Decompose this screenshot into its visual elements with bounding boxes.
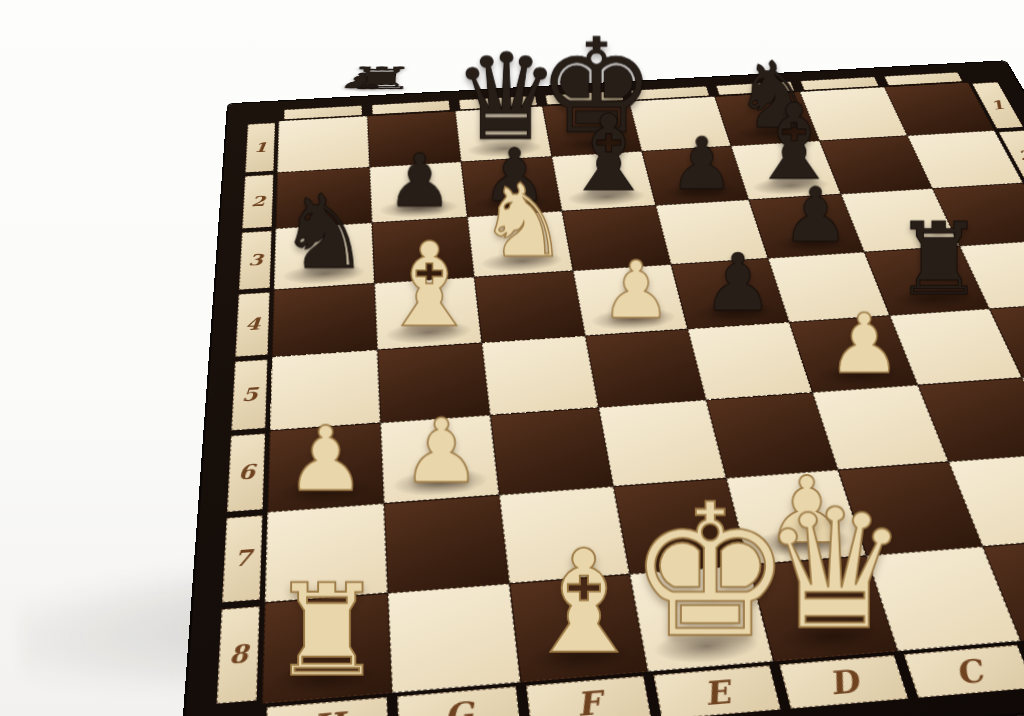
square-g6[interactable]: ♟	[380, 415, 499, 503]
square-e4[interactable]: ♟	[573, 264, 688, 335]
square-g7[interactable]	[384, 495, 509, 593]
square-f8[interactable]: ♝	[509, 574, 648, 682]
captured-black-rook[interactable]: ♜	[344, 63, 417, 93]
white-bishop-f8[interactable]: ♝	[520, 531, 648, 674]
rank-label-left-3: 3	[239, 231, 272, 290]
square-d4[interactable]: ♟	[671, 258, 789, 329]
square-g4[interactable]: ♝	[374, 277, 481, 350]
white-pawn-h6[interactable]: ♟	[286, 416, 366, 505]
white-rook-h8[interactable]: ♜	[270, 568, 384, 695]
square-h6[interactable]: ♟	[267, 423, 384, 512]
black-bishop-e2[interactable]: ♝	[561, 101, 656, 206]
rank-label-left-2: 2	[242, 175, 273, 229]
black-pawn-c3[interactable]: ♟	[782, 178, 850, 253]
square-f5[interactable]	[482, 336, 599, 415]
black-pawn-d2[interactable]: ♟	[669, 128, 734, 200]
frame-corner-top-right	[962, 69, 1000, 82]
rank-label-left-7: 7	[222, 515, 263, 603]
frame-corner-bottom-left	[208, 704, 262, 716]
white-king-e8[interactable]: ♚	[628, 480, 793, 664]
square-f6[interactable]	[490, 407, 613, 494]
file-label-c: C	[904, 645, 1024, 698]
square-d5[interactable]	[688, 322, 813, 400]
photo-scene: 1♛♚♞12♟♟♝♟♝23♞♞♟34♝♟♟♜45♟♟56♟♟67♟78♜♝♚♛8…	[0, 0, 1024, 716]
rim-spot-rook: ♜	[336, 90, 423, 97]
square-g8[interactable]	[388, 583, 521, 693]
white-knight-f3[interactable]: ♞	[478, 171, 569, 272]
board-grid: 1♛♚♞12♟♟♝♟♝23♞♞♟34♝♟♟♜45♟♟56♟♟67♟78♜♝♚♛8…	[208, 69, 1024, 716]
square-h4[interactable]	[272, 283, 377, 356]
black-pawn-g2[interactable]: ♟	[387, 144, 453, 217]
square-e8[interactable]: ♚	[630, 565, 774, 672]
black-pawn-d4[interactable]: ♟	[702, 244, 773, 323]
square-a5[interactable]: ♟	[989, 302, 1024, 377]
file-label-d: D	[779, 655, 908, 709]
square-g2[interactable]: ♟	[370, 162, 468, 223]
square-h3[interactable]: ♞	[274, 223, 375, 290]
rank-label-left-4: 4	[235, 292, 270, 357]
square-h8[interactable]: ♜	[262, 593, 392, 704]
rank-label-left-8: 8	[217, 606, 260, 704]
black-knight-h3[interactable]: ♞	[278, 182, 370, 284]
rank-label-left-5: 5	[231, 359, 267, 430]
frame-corner-top-left	[244, 109, 279, 123]
square-c5[interactable]: ♟	[789, 315, 918, 392]
rank-label-left-6: 6	[227, 433, 265, 512]
piece-contact-shadow	[1019, 346, 1024, 374]
square-f4[interactable]	[474, 271, 585, 343]
file-label-e: E	[653, 665, 781, 716]
file-label-f: F	[526, 676, 652, 716]
rank-label-left-1: 1	[245, 123, 275, 173]
square-h1[interactable]	[277, 116, 369, 173]
square-d2[interactable]: ♟	[642, 146, 749, 205]
white-pawn-c5[interactable]: ♟	[827, 304, 901, 387]
black-rook-b4[interactable]: ♜	[894, 210, 984, 310]
chess-board: 1♛♚♞12♟♟♝♟♝23♞♞♟34♝♟♟♜45♟♟56♟♟67♟78♜♝♚♛8…	[181, 61, 1024, 716]
white-bishop-g4[interactable]: ♝	[377, 227, 481, 343]
white-pawn-e4[interactable]: ♟	[600, 251, 671, 331]
square-f3[interactable]: ♞	[467, 211, 573, 277]
white-pawn-g6[interactable]: ♟	[402, 408, 482, 497]
square-e5[interactable]	[585, 329, 706, 407]
